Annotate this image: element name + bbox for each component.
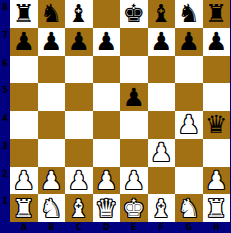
piece-black-pawn[interactable]: ♟ [95, 28, 117, 55]
square-h8[interactable]: ♜ [203, 0, 231, 28]
square-a5[interactable] [10, 83, 38, 111]
square-d3[interactable] [93, 139, 121, 167]
square-b1[interactable]: ♞ [38, 194, 66, 222]
square-d5[interactable] [93, 83, 121, 111]
square-e6[interactable] [120, 56, 148, 84]
rank-labels: 87654321 [0, 0, 10, 222]
square-g7[interactable]: ♟ [175, 28, 203, 56]
square-h7[interactable]: ♟ [203, 28, 231, 56]
square-h3[interactable] [203, 139, 231, 167]
piece-white-pawn[interactable]: ♟ [40, 167, 62, 194]
square-h4[interactable]: ♛ [203, 111, 231, 139]
piece-black-knight[interactable]: ♞ [178, 0, 200, 27]
piece-black-rook[interactable]: ♜ [205, 0, 227, 27]
square-f6[interactable] [148, 56, 176, 84]
square-a4[interactable] [10, 111, 38, 139]
piece-white-pawn[interactable]: ♟ [68, 167, 90, 194]
square-d6[interactable] [93, 56, 121, 84]
piece-black-pawn[interactable]: ♟ [150, 28, 172, 55]
board: ♜♞♝♚♝♞♜♟♟♟♟♟♟♟♟♟♛♟♟♟♟♟♟♟♜♞♝♛♚♝♞♜ [10, 0, 230, 222]
rank-label-8: 8 [0, 0, 10, 28]
piece-white-pawn[interactable]: ♟ [205, 167, 227, 194]
square-a1[interactable]: ♜ [10, 194, 38, 222]
square-g5[interactable] [175, 83, 203, 111]
file-labels: ABCDEFGH [10, 222, 230, 233]
square-f3[interactable]: ♟ [148, 139, 176, 167]
square-a7[interactable]: ♟ [10, 28, 38, 56]
rank-label-7: 7 [0, 28, 10, 56]
square-e1[interactable]: ♚ [120, 194, 148, 222]
square-f2[interactable] [148, 167, 176, 195]
square-c6[interactable] [65, 56, 93, 84]
piece-white-pawn[interactable]: ♟ [178, 111, 200, 138]
square-h5[interactable] [203, 83, 231, 111]
square-d1[interactable]: ♛ [93, 194, 121, 222]
square-f4[interactable] [148, 111, 176, 139]
square-c4[interactable] [65, 111, 93, 139]
piece-white-bishop[interactable]: ♝ [150, 195, 172, 222]
square-f7[interactable]: ♟ [148, 28, 176, 56]
square-b8[interactable]: ♞ [38, 0, 66, 28]
square-e8[interactable]: ♚ [120, 0, 148, 28]
square-h6[interactable] [203, 56, 231, 84]
square-g2[interactable] [175, 167, 203, 195]
square-c8[interactable]: ♝ [65, 0, 93, 28]
square-d8[interactable] [93, 0, 121, 28]
square-g4[interactable]: ♟ [175, 111, 203, 139]
piece-black-knight[interactable]: ♞ [40, 0, 62, 27]
rank-label-6: 6 [0, 56, 10, 84]
piece-white-rook[interactable]: ♜ [13, 195, 35, 222]
piece-white-king[interactable]: ♚ [123, 195, 145, 222]
piece-black-king[interactable]: ♚ [123, 0, 145, 27]
square-a6[interactable] [10, 56, 38, 84]
file-label-b: B [38, 222, 66, 233]
square-e7[interactable] [120, 28, 148, 56]
piece-white-pawn[interactable]: ♟ [150, 139, 172, 166]
piece-black-bishop[interactable]: ♝ [68, 0, 90, 27]
square-e3[interactable] [120, 139, 148, 167]
square-h1[interactable]: ♜ [203, 194, 231, 222]
piece-white-knight[interactable]: ♞ [178, 195, 200, 222]
file-label-d: D [93, 222, 121, 233]
square-c5[interactable] [65, 83, 93, 111]
file-label-a: A [10, 222, 38, 233]
square-b2[interactable]: ♟ [38, 167, 66, 195]
rank-label-3: 3 [0, 139, 10, 167]
piece-black-pawn[interactable]: ♟ [13, 28, 35, 55]
rank-label-1: 1 [0, 194, 10, 222]
piece-white-bishop[interactable]: ♝ [68, 195, 90, 222]
piece-white-knight[interactable]: ♞ [40, 195, 62, 222]
square-e4[interactable] [120, 111, 148, 139]
square-d7[interactable]: ♟ [93, 28, 121, 56]
piece-white-pawn[interactable]: ♟ [13, 167, 35, 194]
chessboard-window: 87654321 ♜♞♝♚♝♞♜♟♟♟♟♟♟♟♟♟♛♟♟♟♟♟♟♟♜♞♝♛♚♝♞… [0, 0, 231, 233]
rank-label-2: 2 [0, 167, 10, 195]
square-g3[interactable] [175, 139, 203, 167]
square-b3[interactable] [38, 139, 66, 167]
piece-black-bishop[interactable]: ♝ [150, 0, 172, 27]
piece-white-queen[interactable]: ♛ [95, 195, 117, 222]
square-b6[interactable] [38, 56, 66, 84]
file-label-g: G [175, 222, 203, 233]
rank-label-5: 5 [0, 83, 10, 111]
square-h2[interactable]: ♟ [203, 167, 231, 195]
square-a8[interactable]: ♜ [10, 0, 38, 28]
square-b4[interactable] [38, 111, 66, 139]
square-g6[interactable] [175, 56, 203, 84]
file-label-h: H [203, 222, 231, 233]
file-label-e: E [120, 222, 148, 233]
square-d2[interactable]: ♟ [93, 167, 121, 195]
square-f8[interactable]: ♝ [148, 0, 176, 28]
square-g1[interactable]: ♞ [175, 194, 203, 222]
piece-black-rook[interactable]: ♜ [13, 0, 35, 27]
square-f1[interactable]: ♝ [148, 194, 176, 222]
square-f5[interactable] [148, 83, 176, 111]
piece-black-pawn[interactable]: ♟ [40, 28, 62, 55]
square-d4[interactable] [93, 111, 121, 139]
square-c7[interactable]: ♟ [65, 28, 93, 56]
piece-white-pawn[interactable]: ♟ [123, 167, 145, 194]
file-label-c: C [65, 222, 93, 233]
file-label-f: F [148, 222, 176, 233]
piece-black-pawn[interactable]: ♟ [205, 28, 227, 55]
piece-black-pawn[interactable]: ♟ [178, 28, 200, 55]
square-b5[interactable] [38, 83, 66, 111]
square-b7[interactable]: ♟ [38, 28, 66, 56]
square-c3[interactable] [65, 139, 93, 167]
piece-black-pawn[interactable]: ♟ [123, 84, 145, 111]
rank-label-4: 4 [0, 111, 10, 139]
square-g8[interactable]: ♞ [175, 0, 203, 28]
square-e5[interactable]: ♟ [120, 83, 148, 111]
piece-white-pawn[interactable]: ♟ [95, 167, 117, 194]
piece-white-rook[interactable]: ♜ [205, 195, 227, 222]
square-a3[interactable] [10, 139, 38, 167]
square-e2[interactable]: ♟ [120, 167, 148, 195]
square-a2[interactable]: ♟ [10, 167, 38, 195]
piece-black-pawn[interactable]: ♟ [68, 28, 90, 55]
square-c1[interactable]: ♝ [65, 194, 93, 222]
piece-black-queen[interactable]: ♛ [205, 111, 227, 138]
square-c2[interactable]: ♟ [65, 167, 93, 195]
